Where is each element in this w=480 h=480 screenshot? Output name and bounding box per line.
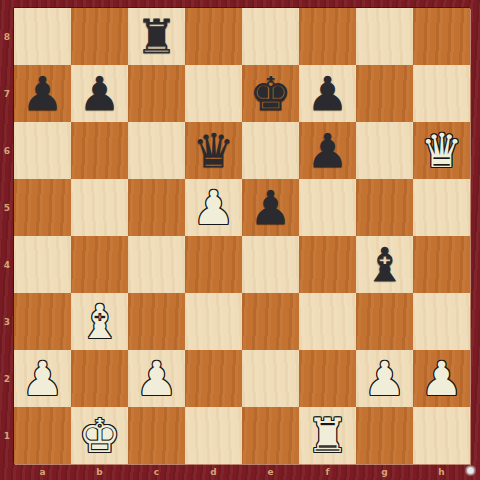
black-rook[interactable]: ♜ — [135, 8, 177, 65]
square-h3[interactable] — [413, 293, 470, 350]
file-label-e: e — [242, 464, 299, 480]
file-label-b: b — [71, 464, 128, 480]
square-h8[interactable] — [413, 8, 470, 65]
square-f5[interactable] — [299, 179, 356, 236]
rank-label-2: 2 — [0, 350, 14, 407]
square-f1[interactable]: ♜ — [299, 407, 356, 464]
black-pawn[interactable]: ♟ — [21, 65, 63, 122]
square-e3[interactable] — [242, 293, 299, 350]
square-b6[interactable] — [71, 122, 128, 179]
rank-label-3: 3 — [0, 293, 14, 350]
rank-label-7: 7 — [0, 65, 14, 122]
square-g8[interactable] — [356, 8, 413, 65]
square-d2[interactable] — [185, 350, 242, 407]
white-king[interactable]: ♚ — [78, 407, 120, 464]
square-g7[interactable] — [356, 65, 413, 122]
square-b4[interactable] — [71, 236, 128, 293]
square-d1[interactable] — [185, 407, 242, 464]
black-pawn[interactable]: ♟ — [249, 179, 291, 236]
white-pawn[interactable]: ♟ — [21, 350, 63, 407]
file-label-d: d — [185, 464, 242, 480]
square-d4[interactable] — [185, 236, 242, 293]
square-c7[interactable] — [128, 65, 185, 122]
square-h4[interactable] — [413, 236, 470, 293]
square-d7[interactable] — [185, 65, 242, 122]
square-h6[interactable]: ♛ — [413, 122, 470, 179]
square-a7[interactable]: ♟ — [14, 65, 71, 122]
square-a2[interactable]: ♟ — [14, 350, 71, 407]
square-e8[interactable] — [242, 8, 299, 65]
black-bishop[interactable]: ♝ — [363, 236, 405, 293]
file-label-f: f — [299, 464, 356, 480]
square-e1[interactable] — [242, 407, 299, 464]
rank-label-1: 1 — [0, 407, 14, 464]
square-e2[interactable] — [242, 350, 299, 407]
white-pawn[interactable]: ♟ — [363, 350, 405, 407]
white-pawn[interactable]: ♟ — [420, 350, 462, 407]
file-label-g: g — [356, 464, 413, 480]
square-d6[interactable]: ♛ — [185, 122, 242, 179]
square-f4[interactable] — [299, 236, 356, 293]
square-c5[interactable] — [128, 179, 185, 236]
square-b2[interactable] — [71, 350, 128, 407]
square-b1[interactable]: ♚ — [71, 407, 128, 464]
square-f7[interactable]: ♟ — [299, 65, 356, 122]
square-c4[interactable] — [128, 236, 185, 293]
chess-board: ♜♟♟♚♟♛♟♛♟♟♝♝♟♟♟♟♚♜ — [14, 8, 470, 464]
rank-label-4: 4 — [0, 236, 14, 293]
square-b8[interactable] — [71, 8, 128, 65]
square-a1[interactable] — [14, 407, 71, 464]
square-g4[interactable]: ♝ — [356, 236, 413, 293]
square-e4[interactable] — [242, 236, 299, 293]
white-pawn[interactable]: ♟ — [192, 179, 234, 236]
square-a8[interactable] — [14, 8, 71, 65]
white-rook[interactable]: ♜ — [306, 407, 348, 464]
file-label-h: h — [413, 464, 470, 480]
square-b3[interactable]: ♝ — [71, 293, 128, 350]
square-a6[interactable] — [14, 122, 71, 179]
black-queen[interactable]: ♛ — [192, 122, 234, 179]
square-a4[interactable] — [14, 236, 71, 293]
white-to-move-indicator — [466, 466, 475, 475]
file-label-c: c — [128, 464, 185, 480]
square-g5[interactable] — [356, 179, 413, 236]
black-pawn[interactable]: ♟ — [78, 65, 120, 122]
square-c6[interactable] — [128, 122, 185, 179]
square-h7[interactable] — [413, 65, 470, 122]
rank-label-5: 5 — [0, 179, 14, 236]
file-label-a: a — [14, 464, 71, 480]
square-c8[interactable]: ♜ — [128, 8, 185, 65]
square-b5[interactable] — [71, 179, 128, 236]
square-d8[interactable] — [185, 8, 242, 65]
square-c3[interactable] — [128, 293, 185, 350]
black-king[interactable]: ♚ — [249, 65, 291, 122]
square-e6[interactable] — [242, 122, 299, 179]
square-b7[interactable]: ♟ — [71, 65, 128, 122]
square-h2[interactable]: ♟ — [413, 350, 470, 407]
white-queen[interactable]: ♛ — [420, 122, 462, 179]
square-f3[interactable] — [299, 293, 356, 350]
black-pawn[interactable]: ♟ — [306, 65, 348, 122]
square-f6[interactable]: ♟ — [299, 122, 356, 179]
square-a5[interactable] — [14, 179, 71, 236]
square-f8[interactable] — [299, 8, 356, 65]
rank-label-8: 8 — [0, 8, 14, 65]
square-f2[interactable] — [299, 350, 356, 407]
white-bishop[interactable]: ♝ — [78, 293, 120, 350]
square-g6[interactable] — [356, 122, 413, 179]
square-a3[interactable] — [14, 293, 71, 350]
square-h1[interactable] — [413, 407, 470, 464]
square-d3[interactable] — [185, 293, 242, 350]
rank-label-6: 6 — [0, 122, 14, 179]
square-g3[interactable] — [356, 293, 413, 350]
white-pawn[interactable]: ♟ — [135, 350, 177, 407]
square-e7[interactable]: ♚ — [242, 65, 299, 122]
black-pawn[interactable]: ♟ — [306, 122, 348, 179]
square-d5[interactable]: ♟ — [185, 179, 242, 236]
square-g2[interactable]: ♟ — [356, 350, 413, 407]
square-c1[interactable] — [128, 407, 185, 464]
chess-diagram: ♜♟♟♚♟♛♟♛♟♟♝♝♟♟♟♟♚♜ 87654321 abcdefgh — [0, 0, 480, 480]
square-e5[interactable]: ♟ — [242, 179, 299, 236]
square-g1[interactable] — [356, 407, 413, 464]
square-c2[interactable]: ♟ — [128, 350, 185, 407]
square-h5[interactable] — [413, 179, 470, 236]
